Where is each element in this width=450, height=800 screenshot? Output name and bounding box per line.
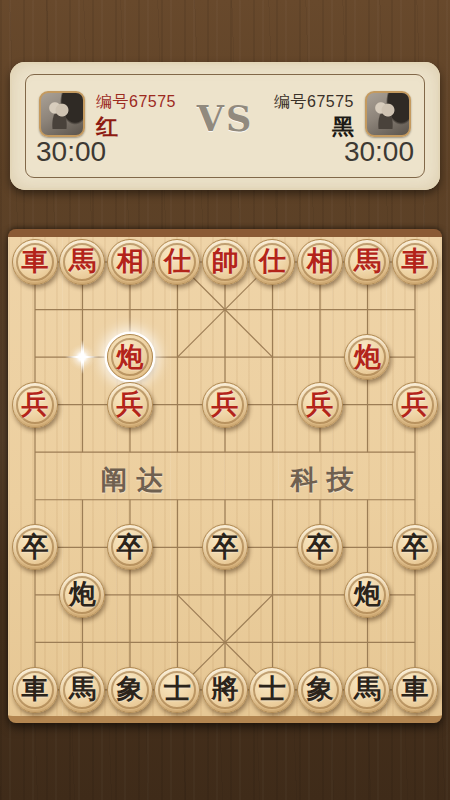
point-c1-r8[interactable]: [59, 619, 107, 667]
piece-glyph: 卒: [116, 533, 143, 560]
point-c5-r7[interactable]: [249, 571, 297, 619]
piece-glyph: 炮: [116, 343, 143, 370]
point-c6-r8[interactable]: [296, 619, 344, 667]
point-c6-r7[interactable]: [296, 571, 344, 619]
piece-glyph: 象: [116, 675, 143, 702]
piece-red-soldier[interactable]: 兵: [202, 382, 248, 428]
point-c3-r1[interactable]: [154, 286, 202, 334]
piece-black-horse[interactable]: 馬: [59, 667, 105, 713]
point-c7-r2[interactable]: 炮: [344, 333, 392, 381]
point-c2-r4[interactable]: [106, 428, 154, 476]
point-c6-r2[interactable]: [296, 333, 344, 381]
piece-glyph: 卒: [211, 533, 238, 560]
point-c8-r8[interactable]: [391, 619, 439, 667]
point-c1-r7[interactable]: 炮: [59, 571, 107, 619]
piece-red-advisor[interactable]: 仕: [154, 239, 200, 285]
piece-glyph: 帥: [211, 247, 238, 274]
point-c2-r9[interactable]: 象: [106, 666, 154, 714]
piece-glyph: 馬: [354, 247, 381, 274]
point-c7-r5[interactable]: [344, 476, 392, 524]
piece-glyph: 車: [401, 247, 428, 274]
piece-glyph: 將: [211, 675, 238, 702]
point-c7-r8[interactable]: [344, 619, 392, 667]
piece-glyph: 炮: [354, 343, 381, 370]
piece-glyph: 相: [306, 247, 333, 274]
point-c0-r3[interactable]: 兵: [11, 381, 59, 429]
point-c7-r9[interactable]: 馬: [344, 666, 392, 714]
point-c3-r8[interactable]: [154, 619, 202, 667]
piece-black-soldier[interactable]: 卒: [202, 524, 248, 570]
point-c1-r1[interactable]: [59, 286, 107, 334]
point-c5-r3[interactable]: [249, 381, 297, 429]
point-c0-r4[interactable]: [11, 428, 59, 476]
piece-black-soldier[interactable]: 卒: [297, 524, 343, 570]
piece-glyph: 士: [259, 675, 286, 702]
point-c2-r1[interactable]: [106, 286, 154, 334]
black-player-clock: 30:00: [344, 136, 414, 168]
xiangqi-board: 阐达 科技 車馬相仕帥仕相馬車炮炮兵兵兵兵兵卒卒卒卒卒炮炮車馬象士將士象馬車: [8, 229, 442, 723]
point-c8-r9[interactable]: 車: [391, 666, 439, 714]
piece-red-general[interactable]: 帥: [202, 239, 248, 285]
point-c2-r8[interactable]: [106, 619, 154, 667]
point-c3-r6[interactable]: [154, 523, 202, 571]
point-c5-r1[interactable]: [249, 286, 297, 334]
point-c8-r0[interactable]: 車: [391, 238, 439, 286]
piece-glyph: 兵: [116, 390, 143, 417]
point-c0-r0[interactable]: 車: [11, 238, 59, 286]
point-c7-r4[interactable]: [344, 428, 392, 476]
piece-glyph: 馬: [354, 675, 381, 702]
piece-glyph: 馬: [69, 247, 96, 274]
point-c5-r5[interactable]: [249, 476, 297, 524]
piece-glyph: 卒: [306, 533, 333, 560]
point-c3-r0[interactable]: 仕: [154, 238, 202, 286]
point-c2-r6[interactable]: 卒: [106, 523, 154, 571]
piece-black-elephant[interactable]: 象: [107, 667, 153, 713]
point-c6-r5[interactable]: [296, 476, 344, 524]
point-c1-r3[interactable]: [59, 381, 107, 429]
point-c6-r6[interactable]: 卒: [296, 523, 344, 571]
piece-red-advisor[interactable]: 仕: [249, 239, 295, 285]
piece-red-soldier[interactable]: 兵: [12, 382, 58, 428]
point-c2-r3[interactable]: 兵: [106, 381, 154, 429]
piece-red-cannon[interactable]: 炮: [107, 334, 153, 380]
point-c5-r6[interactable]: [249, 523, 297, 571]
piece-glyph: 炮: [354, 580, 381, 607]
point-c6-r0[interactable]: 相: [296, 238, 344, 286]
piece-black-chariot[interactable]: 車: [12, 667, 58, 713]
piece-glyph: 兵: [401, 390, 428, 417]
point-c4-r8[interactable]: [201, 619, 249, 667]
piece-black-cannon[interactable]: 炮: [344, 572, 390, 618]
piece-red-cannon[interactable]: 炮: [344, 334, 390, 380]
piece-glyph: 卒: [401, 533, 428, 560]
piece-black-advisor[interactable]: 士: [154, 667, 200, 713]
point-c5-r9[interactable]: 士: [249, 666, 297, 714]
point-c8-r5[interactable]: [391, 476, 439, 524]
piece-black-general[interactable]: 將: [202, 667, 248, 713]
piece-black-soldier[interactable]: 卒: [107, 524, 153, 570]
match-banner: 编号67575 红 VS 编号67575 黑 30:00 30:00: [10, 62, 440, 190]
piece-red-horse[interactable]: 馬: [59, 239, 105, 285]
point-c3-r3[interactable]: [154, 381, 202, 429]
point-c0-r8[interactable]: [11, 619, 59, 667]
piece-black-elephant[interactable]: 象: [297, 667, 343, 713]
point-c4-r4[interactable]: [201, 428, 249, 476]
point-c4-r2[interactable]: [201, 333, 249, 381]
point-c1-r9[interactable]: 馬: [59, 666, 107, 714]
point-c1-r0[interactable]: 馬: [59, 238, 107, 286]
point-c1-r4[interactable]: [59, 428, 107, 476]
point-c7-r7[interactable]: 炮: [344, 571, 392, 619]
piece-glyph: 車: [401, 675, 428, 702]
point-c8-r7[interactable]: [391, 571, 439, 619]
xiangqi-app-screen: { "game": "xiangqi", "banner": { "left_p…: [0, 0, 450, 800]
piece-red-horse[interactable]: 馬: [344, 239, 390, 285]
piece-black-advisor[interactable]: 士: [249, 667, 295, 713]
point-c6-r1[interactable]: [296, 286, 344, 334]
piece-black-soldier[interactable]: 卒: [392, 524, 438, 570]
piece-red-soldier[interactable]: 兵: [392, 382, 438, 428]
point-c7-r1[interactable]: [344, 286, 392, 334]
point-c3-r2[interactable]: [154, 333, 202, 381]
point-c5-r4[interactable]: [249, 428, 297, 476]
black-player-id: 编号67575: [274, 92, 354, 113]
piece-glyph: 兵: [21, 390, 48, 417]
piece-glyph: 士: [164, 675, 191, 702]
piece-glyph: 車: [21, 675, 48, 702]
piece-glyph: 相: [116, 247, 143, 274]
point-c0-r9[interactable]: 車: [11, 666, 59, 714]
point-c8-r4[interactable]: [391, 428, 439, 476]
point-c1-r2[interactable]: [59, 333, 107, 381]
point-c0-r6[interactable]: 卒: [11, 523, 59, 571]
point-c3-r9[interactable]: 士: [154, 666, 202, 714]
piece-glyph: 車: [21, 247, 48, 274]
piece-glyph: 仕: [164, 247, 191, 274]
point-c2-r7[interactable]: [106, 571, 154, 619]
piece-glyph: 卒: [21, 533, 48, 560]
point-c6-r9[interactable]: 象: [296, 666, 344, 714]
point-c3-r7[interactable]: [154, 571, 202, 619]
point-c0-r5[interactable]: [11, 476, 59, 524]
point-c4-r3[interactable]: 兵: [201, 381, 249, 429]
point-c4-r1[interactable]: [201, 286, 249, 334]
piece-glyph: 炮: [69, 580, 96, 607]
point-c1-r5[interactable]: [59, 476, 107, 524]
board-points-grid: 車馬相仕帥仕相馬車炮炮兵兵兵兵兵卒卒卒卒卒炮炮車馬象士將士象馬車: [11, 238, 439, 713]
point-c6-r3[interactable]: 兵: [296, 381, 344, 429]
piece-black-horse[interactable]: 馬: [344, 667, 390, 713]
point-c5-r8[interactable]: [249, 619, 297, 667]
point-c5-r2[interactable]: [249, 333, 297, 381]
point-c3-r5[interactable]: [154, 476, 202, 524]
point-c5-r0[interactable]: 仕: [249, 238, 297, 286]
point-c3-r4[interactable]: [154, 428, 202, 476]
point-c2-r5[interactable]: [106, 476, 154, 524]
piece-glyph: 兵: [211, 390, 238, 417]
piece-red-soldier[interactable]: 兵: [107, 382, 153, 428]
point-c8-r3[interactable]: 兵: [391, 381, 439, 429]
piece-red-chariot[interactable]: 車: [12, 239, 58, 285]
piece-glyph: 兵: [306, 390, 333, 417]
point-c8-r6[interactable]: 卒: [391, 523, 439, 571]
point-c2-r2[interactable]: 炮: [106, 333, 154, 381]
point-c4-r5[interactable]: [201, 476, 249, 524]
point-c4-r6[interactable]: 卒: [201, 523, 249, 571]
point-c0-r7[interactable]: [11, 571, 59, 619]
piece-black-soldier[interactable]: 卒: [12, 524, 58, 570]
piece-red-elephant[interactable]: 相: [107, 239, 153, 285]
point-c8-r2[interactable]: [391, 333, 439, 381]
point-c4-r9[interactable]: 將: [201, 666, 249, 714]
piece-black-cannon[interactable]: 炮: [59, 572, 105, 618]
point-c7-r6[interactable]: [344, 523, 392, 571]
piece-red-chariot[interactable]: 車: [392, 239, 438, 285]
point-c7-r3[interactable]: [344, 381, 392, 429]
point-c6-r4[interactable]: [296, 428, 344, 476]
point-c0-r2[interactable]: [11, 333, 59, 381]
piece-red-elephant[interactable]: 相: [297, 239, 343, 285]
point-c2-r0[interactable]: 相: [106, 238, 154, 286]
black-player-avatar: [365, 91, 411, 137]
piece-glyph: 馬: [69, 675, 96, 702]
point-c0-r1[interactable]: [11, 286, 59, 334]
point-c4-r0[interactable]: 帥: [201, 238, 249, 286]
piece-red-soldier[interactable]: 兵: [297, 382, 343, 428]
piece-black-chariot[interactable]: 車: [392, 667, 438, 713]
point-c7-r0[interactable]: 馬: [344, 238, 392, 286]
last-move-origin-sparkle: [67, 342, 97, 372]
piece-glyph: 象: [306, 675, 333, 702]
piece-glyph: 仕: [259, 247, 286, 274]
point-c1-r6[interactable]: [59, 523, 107, 571]
point-c8-r1[interactable]: [391, 286, 439, 334]
red-player-clock: 30:00: [36, 136, 106, 168]
point-c4-r7[interactable]: [201, 571, 249, 619]
